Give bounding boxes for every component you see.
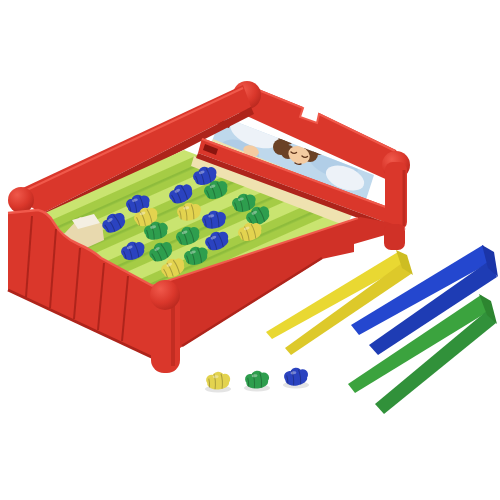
bed-bugs-photo	[0, 0, 500, 500]
bugs-captured-layer	[205, 366, 309, 392]
front-post-group	[150, 280, 180, 373]
bedpost-knob-left	[8, 187, 34, 213]
right-post-foot	[384, 224, 405, 250]
bed-bugs-scene	[0, 0, 500, 500]
right-post-group	[385, 162, 407, 230]
bedpost-knob-front	[150, 280, 180, 310]
